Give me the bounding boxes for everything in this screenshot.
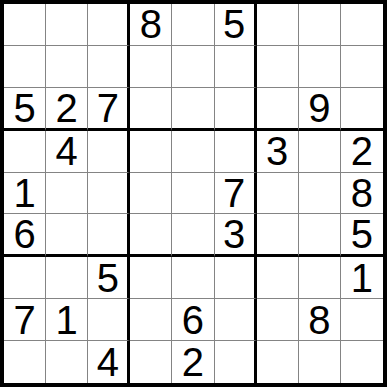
cell-r9c1[interactable] (4, 341, 46, 383)
cell-r4c6[interactable] (215, 131, 257, 173)
cell-r9c3[interactable]: 4 (88, 341, 130, 383)
cell-r4c4[interactable] (130, 131, 172, 173)
cell-r2c2[interactable] (46, 46, 88, 88)
cell-r1c2[interactable] (46, 4, 88, 46)
cell-r6c4[interactable] (130, 214, 172, 257)
cell-r3c3[interactable]: 7 (88, 88, 130, 131)
cell-r2c7[interactable] (257, 46, 299, 88)
cell-r9c6[interactable] (215, 341, 257, 383)
cell-r4c2[interactable]: 4 (46, 131, 88, 173)
cell-r3c7[interactable] (257, 88, 299, 131)
cell-r4c3[interactable] (88, 131, 130, 173)
cell-r6c2[interactable] (46, 214, 88, 257)
cell-r5c8[interactable] (299, 173, 341, 215)
cell-r6c9[interactable]: 5 (341, 214, 383, 257)
cell-r9c8[interactable] (299, 341, 341, 383)
cell-r7c7[interactable] (257, 257, 299, 299)
cell-r6c8[interactable] (299, 214, 341, 257)
cell-r8c8[interactable]: 8 (299, 299, 341, 341)
cell-r6c7[interactable] (257, 214, 299, 257)
cell-r4c8[interactable] (299, 131, 341, 173)
cell-r2c9[interactable] (341, 46, 383, 88)
cell-r7c6[interactable] (215, 257, 257, 299)
cell-r3c5[interactable] (172, 88, 214, 131)
cell-r6c5[interactable] (172, 214, 214, 257)
cell-r7c2[interactable] (46, 257, 88, 299)
cell-r1c5[interactable] (172, 4, 214, 46)
cell-r8c7[interactable] (257, 299, 299, 341)
cell-r1c1[interactable] (4, 4, 46, 46)
cell-r5c3[interactable] (88, 173, 130, 215)
cell-r3c9[interactable] (341, 88, 383, 131)
sudoku-board: 85527943217863551716842 (0, 0, 387, 387)
cell-r2c4[interactable] (130, 46, 172, 88)
cell-r7c5[interactable] (172, 257, 214, 299)
cell-r1c7[interactable] (257, 4, 299, 46)
cell-r3c6[interactable] (215, 88, 257, 131)
cell-r2c6[interactable] (215, 46, 257, 88)
cell-r5c9[interactable]: 8 (341, 173, 383, 215)
cell-r1c4[interactable]: 8 (130, 4, 172, 46)
cell-r2c1[interactable] (4, 46, 46, 88)
cell-r3c8[interactable]: 9 (299, 88, 341, 131)
cell-r4c7[interactable]: 3 (257, 131, 299, 173)
cell-r7c3[interactable]: 5 (88, 257, 130, 299)
cell-r8c5[interactable]: 6 (172, 299, 214, 341)
cell-r5c6[interactable]: 7 (215, 173, 257, 215)
cell-r9c7[interactable] (257, 341, 299, 383)
cell-r9c4[interactable] (130, 341, 172, 383)
cell-r8c6[interactable] (215, 299, 257, 341)
cell-r9c9[interactable] (341, 341, 383, 383)
cell-r1c8[interactable] (299, 4, 341, 46)
cell-r3c2[interactable]: 2 (46, 88, 88, 131)
cell-r1c9[interactable] (341, 4, 383, 46)
cell-r5c5[interactable] (172, 173, 214, 215)
sudoku-puzzle: 85527943217863551716842 (0, 0, 387, 387)
cell-r7c4[interactable] (130, 257, 172, 299)
cell-r2c5[interactable] (172, 46, 214, 88)
cell-r6c1[interactable]: 6 (4, 214, 46, 257)
cell-r8c9[interactable] (341, 299, 383, 341)
cell-r2c8[interactable] (299, 46, 341, 88)
cell-r4c1[interactable] (4, 131, 46, 173)
cell-r5c2[interactable] (46, 173, 88, 215)
cell-r2c3[interactable] (88, 46, 130, 88)
cell-r1c3[interactable] (88, 4, 130, 46)
cell-r1c6[interactable]: 5 (215, 4, 257, 46)
cell-r6c6[interactable]: 3 (215, 214, 257, 257)
cell-r3c4[interactable] (130, 88, 172, 131)
cell-r4c9[interactable]: 2 (341, 131, 383, 173)
cell-r8c1[interactable]: 7 (4, 299, 46, 341)
cell-r5c7[interactable] (257, 173, 299, 215)
cell-r5c1[interactable]: 1 (4, 173, 46, 215)
cell-r7c8[interactable] (299, 257, 341, 299)
cell-r8c3[interactable] (88, 299, 130, 341)
cell-r8c2[interactable]: 1 (46, 299, 88, 341)
cell-r8c4[interactable] (130, 299, 172, 341)
cell-r7c9[interactable]: 1 (341, 257, 383, 299)
cell-r6c3[interactable] (88, 214, 130, 257)
cell-r5c4[interactable] (130, 173, 172, 215)
cell-r9c2[interactable] (46, 341, 88, 383)
cell-r4c5[interactable] (172, 131, 214, 173)
cell-r7c1[interactable] (4, 257, 46, 299)
cell-r3c1[interactable]: 5 (4, 88, 46, 131)
cell-r9c5[interactable]: 2 (172, 341, 214, 383)
